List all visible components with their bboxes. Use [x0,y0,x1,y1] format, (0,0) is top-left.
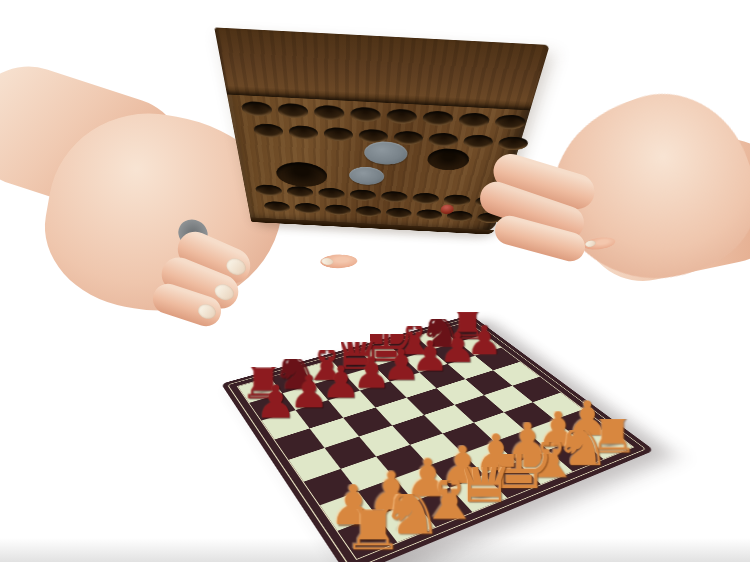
finger-hole [426,148,471,171]
tray-hole [386,207,412,218]
tray-hole [381,191,408,203]
tray-hole [458,112,491,128]
tray-hole [255,184,283,196]
thumbnail [320,258,334,266]
tray-hole [428,132,459,147]
photo-scene: ♜♞♝♛♚♝♞♜♟♟♟♟♟♟♟♟♟♟♟♟♟♟♟♟♜♞♝♛♚♝♞♜ [0,0,750,562]
tray-hole [325,204,351,215]
tray-hole [253,123,284,138]
tray-hole [494,114,528,130]
tray-hole [318,187,344,199]
left-thumb [318,253,359,269]
fingernail [196,302,217,321]
finger-hole [275,161,328,188]
thumbnail [585,240,596,248]
tray-hole [241,101,273,117]
tray-hole [497,136,530,151]
magnet-disc [349,166,385,186]
tray-hole [412,192,440,204]
tray-hole [350,189,376,201]
tray-top-edge [214,27,550,110]
tray-hole [286,186,313,198]
tray-hole [288,125,318,140]
tray-hole [416,209,443,220]
tray-hole [356,206,382,217]
chess-board: ♜♞♝♛♚♝♞♜♟♟♟♟♟♟♟♟♟♟♟♟♟♟♟♟♜♞♝♛♚♝♞♜ [221,315,654,562]
tray-hole [324,127,353,142]
tray-hole [264,201,291,213]
tray-hole [294,202,320,214]
tray-hole [422,110,454,126]
tray-hole [277,103,308,119]
tray-hole [462,134,494,149]
tray-hole [386,109,417,125]
tray-hole [350,107,380,123]
tray-hole [314,105,344,121]
board-grid: ♜♞♝♛♚♝♞♜♟♟♟♟♟♟♟♟♟♟♟♟♟♟♟♟♜♞♝♛♚♝♞♜ [238,322,633,559]
